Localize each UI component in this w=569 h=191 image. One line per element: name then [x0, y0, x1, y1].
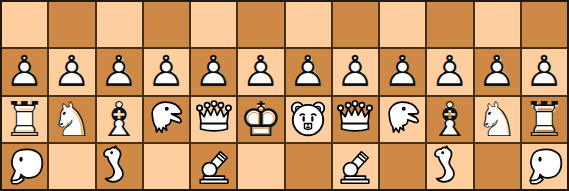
piece-white-knight[interactable]: ♞♘ — [49, 97, 94, 142]
square-f2[interactable]: ♚♔ — [238, 97, 283, 142]
piece-white-camel[interactable] — [429, 145, 471, 187]
square-h3[interactable]: ♟♙ — [333, 49, 378, 94]
square-g1[interactable] — [286, 144, 331, 189]
square-c2[interactable]: ♝♗ — [97, 97, 142, 142]
square-l1[interactable] — [522, 144, 567, 189]
piece-outline-glyph: ♘ — [49, 97, 94, 142]
square-e4[interactable] — [191, 2, 236, 47]
piece-white-king[interactable]: ♚♔ — [238, 97, 283, 142]
piece-white-pawn[interactable]: ♟♙ — [522, 49, 567, 94]
piece-white-eagle[interactable] — [382, 98, 424, 140]
square-i2[interactable] — [380, 97, 425, 142]
piece-white-pawn[interactable]: ♟♙ — [286, 49, 331, 94]
square-l4[interactable] — [522, 2, 567, 47]
square-c1[interactable] — [97, 144, 142, 189]
square-k1[interactable] — [475, 144, 520, 189]
square-a2[interactable]: ♜♖ — [2, 97, 47, 142]
piece-white-pawn[interactable]: ♟♙ — [475, 49, 520, 94]
piece-white-cannon[interactable] — [334, 145, 376, 187]
square-d1[interactable] — [144, 144, 189, 189]
piece-white-pawn[interactable]: ♟♙ — [380, 49, 425, 94]
square-a4[interactable] — [2, 2, 47, 47]
piece-outline-glyph: ♙ — [427, 49, 472, 94]
piece-white-lion[interactable] — [287, 98, 329, 140]
square-c4[interactable] — [97, 2, 142, 47]
piece-white-elephant[interactable] — [4, 145, 46, 187]
piece-outline-glyph: ♙ — [191, 49, 236, 94]
piece-white-bishop[interactable]: ♝♗ — [97, 97, 142, 142]
square-f4[interactable] — [238, 2, 283, 47]
square-a3[interactable]: ♟♙ — [2, 49, 47, 94]
piece-outline-glyph: ♙ — [144, 49, 189, 94]
piece-white-pawn[interactable]: ♟♙ — [427, 49, 472, 94]
square-b1[interactable] — [49, 144, 94, 189]
square-g3[interactable]: ♟♙ — [286, 49, 331, 94]
piece-white-knight[interactable]: ♞♘ — [475, 97, 520, 142]
square-k2[interactable]: ♞♘ — [475, 97, 520, 142]
square-c3[interactable]: ♟♙ — [97, 49, 142, 94]
piece-outline-glyph: ♙ — [475, 49, 520, 94]
piece-outline-glyph: ♗ — [427, 97, 472, 142]
piece-outline-glyph: ♗ — [97, 97, 142, 142]
square-g4[interactable] — [286, 2, 331, 47]
piece-white-eagle[interactable] — [145, 98, 187, 140]
square-j2[interactable]: ♝♗ — [427, 97, 472, 142]
piece-outline-glyph: ♙ — [97, 49, 142, 94]
piece-outline-glyph: ♙ — [2, 49, 47, 94]
square-l3[interactable]: ♟♙ — [522, 49, 567, 94]
square-b2[interactable]: ♞♘ — [49, 97, 94, 142]
square-f1[interactable] — [238, 144, 283, 189]
piece-outline-glyph: ♙ — [522, 49, 567, 94]
square-b3[interactable]: ♟♙ — [49, 49, 94, 94]
piece-white-prince[interactable] — [334, 98, 376, 140]
piece-outline-glyph: ♙ — [238, 49, 283, 94]
piece-outline-glyph: ♙ — [333, 49, 378, 94]
square-k3[interactable]: ♟♙ — [475, 49, 520, 94]
piece-white-pawn[interactable]: ♟♙ — [2, 49, 47, 94]
square-d3[interactable]: ♟♙ — [144, 49, 189, 94]
square-d4[interactable] — [144, 2, 189, 47]
square-j4[interactable] — [427, 2, 472, 47]
square-d2[interactable] — [144, 97, 189, 142]
piece-white-pawn[interactable]: ♟♙ — [97, 49, 142, 94]
piece-white-cannon[interactable] — [193, 145, 235, 187]
piece-white-pawn[interactable]: ♟♙ — [49, 49, 94, 94]
piece-white-pawn[interactable]: ♟♙ — [191, 49, 236, 94]
square-f3[interactable]: ♟♙ — [238, 49, 283, 94]
square-e3[interactable]: ♟♙ — [191, 49, 236, 94]
piece-white-rook[interactable]: ♜♖ — [522, 97, 567, 142]
piece-outline-glyph: ♙ — [286, 49, 331, 94]
square-g2[interactable] — [286, 97, 331, 142]
square-a1[interactable] — [2, 144, 47, 189]
piece-white-elephant[interactable] — [523, 145, 565, 187]
square-e2[interactable] — [191, 97, 236, 142]
piece-white-pawn[interactable]: ♟♙ — [144, 49, 189, 94]
square-k4[interactable] — [475, 2, 520, 47]
square-h1[interactable] — [333, 144, 378, 189]
square-j1[interactable] — [427, 144, 472, 189]
square-j3[interactable]: ♟♙ — [427, 49, 472, 94]
square-h4[interactable] — [333, 2, 378, 47]
square-i3[interactable]: ♟♙ — [380, 49, 425, 94]
piece-outline-glyph: ♙ — [380, 49, 425, 94]
square-e1[interactable] — [191, 144, 236, 189]
piece-white-pawn[interactable]: ♟♙ — [333, 49, 378, 94]
piece-white-pawn[interactable]: ♟♙ — [238, 49, 283, 94]
square-h2[interactable] — [333, 97, 378, 142]
piece-white-bishop[interactable]: ♝♗ — [427, 97, 472, 142]
piece-outline-glyph: ♖ — [2, 97, 47, 142]
piece-outline-glyph: ♙ — [49, 49, 94, 94]
square-b4[interactable] — [49, 2, 94, 47]
piece-outline-glyph: ♖ — [522, 97, 567, 142]
square-i1[interactable] — [380, 144, 425, 189]
piece-white-rook[interactable]: ♜♖ — [2, 97, 47, 142]
piece-outline-glyph: ♘ — [475, 97, 520, 142]
square-l2[interactable]: ♜♖ — [522, 97, 567, 142]
piece-white-camel[interactable] — [98, 145, 140, 187]
square-i4[interactable] — [380, 2, 425, 47]
piece-white-queen[interactable] — [193, 98, 235, 140]
metamachy-board: ♟♙♟♙♟♙♟♙♟♙♟♙♟♙♟♙♟♙♟♙♟♙♟♙♜♖♞♘♝♗♚♔♝♗♞♘♜♖ — [0, 0, 569, 191]
piece-outline-glyph: ♔ — [238, 97, 283, 142]
